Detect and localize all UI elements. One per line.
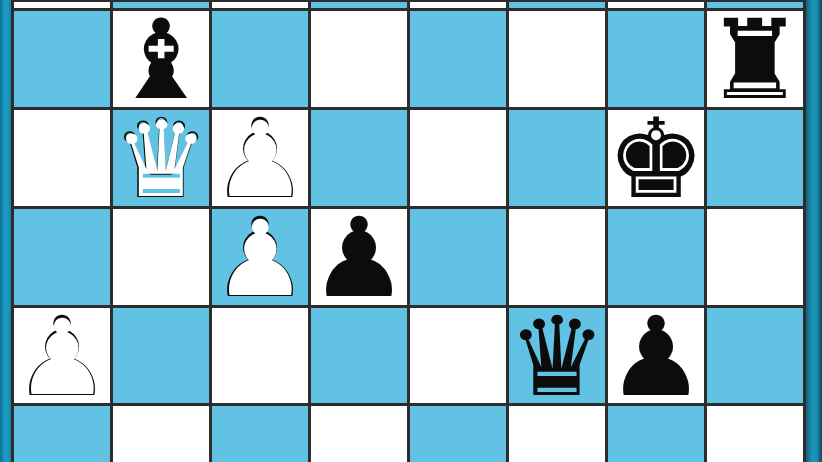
piece-fill-layer: ♟ xyxy=(213,114,307,205)
square[interactable] xyxy=(608,209,704,305)
square[interactable] xyxy=(509,209,605,305)
square[interactable] xyxy=(410,2,506,8)
square[interactable] xyxy=(14,209,110,305)
square[interactable] xyxy=(311,308,407,403)
square[interactable]: ♛♕ xyxy=(113,110,209,206)
square[interactable] xyxy=(410,308,506,403)
square[interactable]: ♝ xyxy=(113,11,209,107)
square[interactable] xyxy=(608,2,704,8)
black-queen[interactable]: ♛ xyxy=(508,307,607,405)
square[interactable] xyxy=(311,11,407,107)
white-pawn[interactable]: ♟♙ xyxy=(211,208,310,306)
square[interactable] xyxy=(311,406,407,462)
black-king[interactable]: ♚ xyxy=(607,109,706,207)
square[interactable] xyxy=(707,110,803,206)
piece-fill-layer: ♟ xyxy=(15,311,109,402)
black-pawn[interactable]: ♟ xyxy=(607,307,706,405)
white-queen[interactable]: ♛♕ xyxy=(112,109,211,207)
black-bishop[interactable]: ♝ xyxy=(112,10,211,108)
square[interactable]: ♟ xyxy=(608,308,704,403)
square[interactable] xyxy=(212,2,308,8)
chessboard-screenshot: ♝♜♛♕♟♙♚♟♙♟♟♙♛♟ xyxy=(0,0,822,462)
square[interactable] xyxy=(14,110,110,206)
square[interactable] xyxy=(113,308,209,403)
black-pawn[interactable]: ♟ xyxy=(310,208,409,306)
piece-fill-layer: ♟ xyxy=(213,213,307,304)
piece-fill-layer: ♛ xyxy=(114,114,208,205)
square[interactable]: ♜ xyxy=(707,11,803,107)
square[interactable] xyxy=(113,406,209,462)
white-pawn[interactable]: ♟♙ xyxy=(13,307,112,405)
square[interactable] xyxy=(14,11,110,107)
square[interactable]: ♟♙ xyxy=(212,209,308,305)
square[interactable] xyxy=(509,110,605,206)
square[interactable]: ♚ xyxy=(608,110,704,206)
square[interactable]: ♟♙ xyxy=(14,308,110,403)
square[interactable] xyxy=(410,406,506,462)
board-left-border xyxy=(0,0,11,462)
square[interactable] xyxy=(509,11,605,107)
square[interactable] xyxy=(311,2,407,8)
square[interactable] xyxy=(707,406,803,462)
square[interactable] xyxy=(509,406,605,462)
square[interactable] xyxy=(608,11,704,107)
square[interactable] xyxy=(410,11,506,107)
white-pawn[interactable]: ♟♙ xyxy=(211,109,310,207)
square[interactable] xyxy=(608,406,704,462)
square[interactable] xyxy=(707,308,803,403)
square[interactable]: ♟♙ xyxy=(212,110,308,206)
square[interactable] xyxy=(212,11,308,107)
square[interactable] xyxy=(212,406,308,462)
chess-board: ♝♜♛♕♟♙♚♟♙♟♟♙♛♟ xyxy=(11,0,806,462)
square[interactable] xyxy=(212,308,308,403)
square[interactable] xyxy=(14,2,110,8)
square[interactable] xyxy=(410,110,506,206)
square[interactable]: ♟ xyxy=(311,209,407,305)
black-rook[interactable]: ♜ xyxy=(706,10,805,108)
square[interactable] xyxy=(410,209,506,305)
square[interactable]: ♛ xyxy=(509,308,605,403)
square[interactable] xyxy=(509,2,605,8)
square[interactable] xyxy=(311,110,407,206)
square[interactable] xyxy=(707,209,803,305)
square[interactable] xyxy=(113,209,209,305)
board-right-border xyxy=(806,0,822,462)
